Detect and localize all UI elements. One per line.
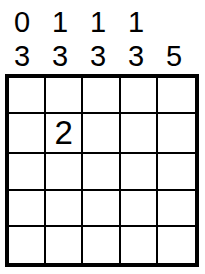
board-cell[interactable] [83, 154, 120, 190]
puzzle-page: 0 1 1 1 3 3 3 3 5 2 [0, 0, 205, 274]
board-cell[interactable] [121, 154, 158, 190]
board-cell[interactable] [158, 114, 195, 154]
column-clue: 1 [41, 5, 79, 39]
board-cell[interactable] [83, 227, 120, 263]
board-cell[interactable] [158, 191, 195, 227]
board-cell[interactable] [46, 154, 83, 190]
column-clue: 3 [117, 39, 155, 73]
board-cell[interactable] [9, 154, 46, 190]
column-clue: 1 [79, 5, 117, 39]
board-cell[interactable] [158, 154, 195, 190]
puzzle-board: 2 [5, 74, 199, 267]
board-cell[interactable] [83, 191, 120, 227]
board-cell[interactable] [46, 191, 83, 227]
board-cell[interactable] [9, 78, 46, 114]
column-clue: 3 [79, 39, 117, 73]
board-cell[interactable] [9, 191, 46, 227]
board-cell[interactable] [121, 78, 158, 114]
column-clue: 0 [3, 5, 41, 39]
board-cell[interactable] [121, 191, 158, 227]
column-clue: 1 [117, 5, 155, 39]
board-cell[interactable] [121, 114, 158, 154]
column-clue: 5 [155, 39, 193, 73]
given-number: 2 [46, 114, 83, 154]
board-cell[interactable] [83, 78, 120, 114]
board-cell[interactable] [46, 227, 83, 263]
column-clue [155, 5, 193, 39]
board-cell[interactable] [46, 78, 83, 114]
board-cell[interactable] [9, 227, 46, 263]
board-cell[interactable] [158, 78, 195, 114]
column-clues: 0 1 1 1 3 3 3 3 5 [3, 5, 193, 73]
column-clue: 3 [41, 39, 79, 73]
board-cell[interactable] [121, 227, 158, 263]
board-cell[interactable] [158, 227, 195, 263]
column-clue: 3 [3, 39, 41, 73]
board-cell[interactable] [9, 114, 46, 154]
board-cell[interactable] [83, 114, 120, 154]
